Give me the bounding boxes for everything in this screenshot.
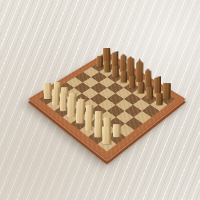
white-rook [102, 126, 111, 144]
black-bishop [120, 53, 127, 72]
white-pawn [113, 124, 120, 137]
black-pawn [112, 66, 118, 77]
white-bishop [59, 90, 66, 111]
black-knight [112, 51, 118, 68]
black-bishop [144, 68, 151, 88]
black-pawn [128, 76, 134, 88]
photo-scene [0, 0, 200, 200]
black-king [136, 58, 144, 82]
white-knight [52, 87, 59, 105]
black-pawn [137, 81, 144, 93]
black-pawn [120, 71, 127, 83]
black-pawn [146, 87, 153, 99]
white-queen [68, 94, 76, 117]
black-queen [127, 56, 134, 77]
white-bishop [85, 109, 92, 131]
black-pawn [155, 93, 162, 105]
chess-board [28, 52, 186, 162]
black-rook [162, 83, 170, 99]
white-rook [43, 83, 51, 99]
black-pawn [96, 56, 102, 67]
black-knight [154, 76, 161, 94]
white-knight [94, 117, 102, 137]
black-pawn [104, 61, 110, 72]
